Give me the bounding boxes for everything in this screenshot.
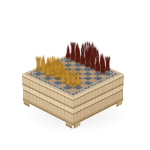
piece-glyph: ♟ bbox=[92, 59, 115, 76]
product-photo-stage: ♜♞♝♛♚♝♞♜♟♟♟♟♟♟♟♟♟♟♟♟♟♟♟♟♜♞♝♛♚♝♞♜ bbox=[0, 0, 150, 150]
scene: ♜♞♝♛♚♝♞♜♟♟♟♟♟♟♟♟♟♟♟♟♟♟♟♟♜♞♝♛♚♝♞♜ bbox=[0, 0, 150, 150]
chess-box: ♜♞♝♛♚♝♞♜♟♟♟♟♟♟♟♟♟♟♟♟♟♟♟♟♜♞♝♛♚♝♞♜ bbox=[22, 52, 124, 98]
piece-glyph: ♜ bbox=[61, 70, 84, 89]
